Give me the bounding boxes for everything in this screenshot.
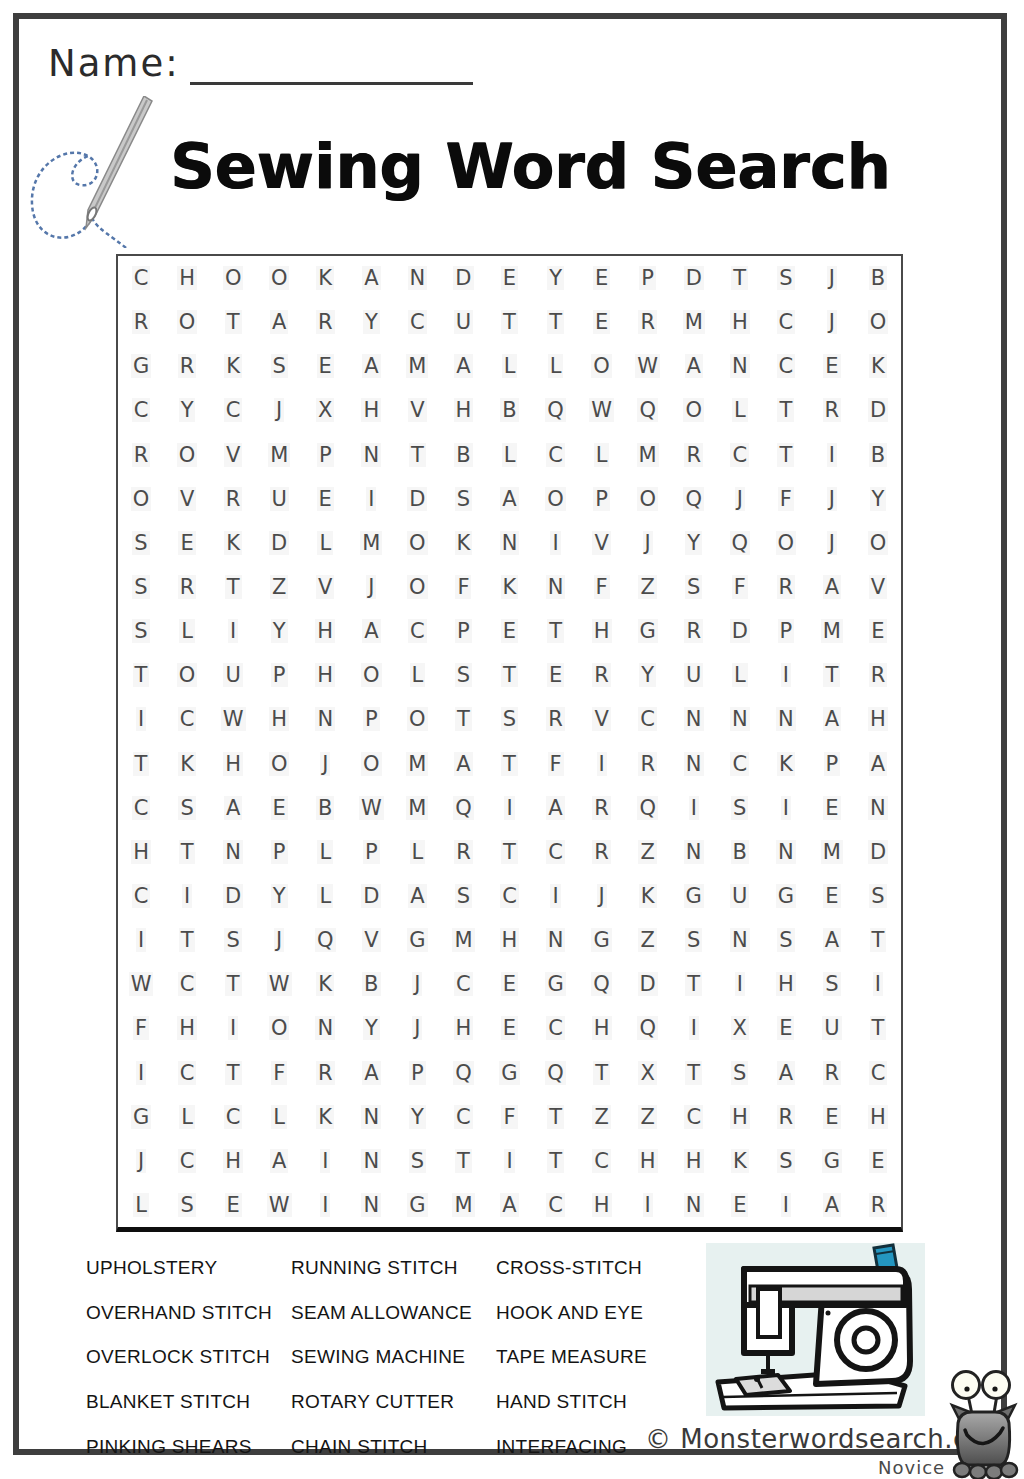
grid-cell-r18c10[interactable]: C xyxy=(533,1006,579,1050)
grid-cell-r2c17[interactable]: O xyxy=(855,300,901,344)
grid-cell-r4c12[interactable]: Q xyxy=(625,388,671,432)
grid-cell-r16c8[interactable]: M xyxy=(440,918,486,962)
grid-cell-r16c10[interactable]: N xyxy=(533,918,579,962)
grid-cell-r19c7[interactable]: P xyxy=(394,1050,440,1094)
grid-cell-r3c7[interactable]: M xyxy=(394,344,440,388)
grid-cell-r19c4[interactable]: F xyxy=(256,1050,302,1094)
grid-cell-r1c13[interactable]: D xyxy=(671,256,717,300)
grid-cell-r15c15[interactable]: G xyxy=(763,874,809,918)
grid-cell-r18c5[interactable]: N xyxy=(302,1006,348,1050)
grid-cell-r7c7[interactable]: O xyxy=(394,521,440,565)
grid-cell-r14c7[interactable]: L xyxy=(394,830,440,874)
grid-cell-r15c2[interactable]: I xyxy=(164,874,210,918)
grid-cell-r9c10[interactable]: T xyxy=(533,609,579,653)
grid-cell-r19c11[interactable]: T xyxy=(579,1050,625,1094)
grid-cell-r20c7[interactable]: Y xyxy=(394,1095,440,1139)
grid-cell-r17c8[interactable]: C xyxy=(440,962,486,1006)
grid-cell-r5c17[interactable]: B xyxy=(855,433,901,477)
grid-cell-r4c10[interactable]: Q xyxy=(533,388,579,432)
grid-cell-r18c7[interactable]: J xyxy=(394,1006,440,1050)
grid-cell-r15c10[interactable]: I xyxy=(533,874,579,918)
grid-cell-r20c13[interactable]: C xyxy=(671,1095,717,1139)
grid-cell-r10c10[interactable]: E xyxy=(533,653,579,697)
grid-cell-r7c10[interactable]: I xyxy=(533,521,579,565)
grid-cell-r21c1[interactable]: J xyxy=(118,1139,164,1183)
grid-cell-r12c9[interactable]: T xyxy=(486,742,532,786)
grid-cell-r13c4[interactable]: E xyxy=(256,786,302,830)
grid-cell-r17c1[interactable]: W xyxy=(118,962,164,1006)
grid-cell-r2c7[interactable]: C xyxy=(394,300,440,344)
grid-cell-r19c16[interactable]: R xyxy=(809,1050,855,1094)
grid-cell-r10c15[interactable]: I xyxy=(763,653,809,697)
grid-cell-r11c10[interactable]: R xyxy=(533,697,579,741)
grid-cell-r10c9[interactable]: T xyxy=(486,653,532,697)
grid-cell-r13c16[interactable]: E xyxy=(809,786,855,830)
grid-cell-r13c3[interactable]: A xyxy=(210,786,256,830)
grid-cell-r12c13[interactable]: N xyxy=(671,742,717,786)
grid-cell-r8c14[interactable]: F xyxy=(717,565,763,609)
grid-cell-r14c14[interactable]: B xyxy=(717,830,763,874)
grid-cell-r3c17[interactable]: K xyxy=(855,344,901,388)
grid-cell-r15c3[interactable]: D xyxy=(210,874,256,918)
grid-cell-r21c11[interactable]: C xyxy=(579,1139,625,1183)
grid-cell-r7c17[interactable]: O xyxy=(855,521,901,565)
grid-cell-r8c7[interactable]: O xyxy=(394,565,440,609)
grid-cell-r9c14[interactable]: D xyxy=(717,609,763,653)
grid-cell-r16c14[interactable]: N xyxy=(717,918,763,962)
grid-cell-r19c15[interactable]: A xyxy=(763,1050,809,1094)
grid-cell-r8c5[interactable]: V xyxy=(302,565,348,609)
grid-cell-r20c17[interactable]: H xyxy=(855,1095,901,1139)
grid-cell-r14c5[interactable]: L xyxy=(302,830,348,874)
grid-cell-r14c17[interactable]: D xyxy=(855,830,901,874)
grid-cell-r6c4[interactable]: U xyxy=(256,477,302,521)
grid-cell-r5c14[interactable]: C xyxy=(717,433,763,477)
grid-cell-r22c7[interactable]: G xyxy=(394,1183,440,1227)
grid-cell-r3c11[interactable]: O xyxy=(579,344,625,388)
grid-cell-r1c3[interactable]: O xyxy=(210,256,256,300)
grid-cell-r6c1[interactable]: O xyxy=(118,477,164,521)
grid-cell-r18c2[interactable]: H xyxy=(164,1006,210,1050)
grid-cell-r19c8[interactable]: Q xyxy=(440,1050,486,1094)
grid-cell-r20c9[interactable]: F xyxy=(486,1095,532,1139)
grid-cell-r22c12[interactable]: I xyxy=(625,1183,671,1227)
grid-cell-r17c2[interactable]: C xyxy=(164,962,210,1006)
grid-cell-r7c16[interactable]: J xyxy=(809,521,855,565)
grid-cell-r5c13[interactable]: R xyxy=(671,433,717,477)
grid-cell-r13c15[interactable]: I xyxy=(763,786,809,830)
grid-cell-r14c12[interactable]: Z xyxy=(625,830,671,874)
grid-cell-r17c9[interactable]: E xyxy=(486,962,532,1006)
grid-cell-r6c9[interactable]: A xyxy=(486,477,532,521)
grid-cell-r18c15[interactable]: E xyxy=(763,1006,809,1050)
grid-cell-r19c3[interactable]: T xyxy=(210,1050,256,1094)
grid-cell-r4c4[interactable]: J xyxy=(256,388,302,432)
grid-cell-r1c7[interactable]: N xyxy=(394,256,440,300)
grid-cell-r17c4[interactable]: W xyxy=(256,962,302,1006)
grid-cell-r4c1[interactable]: C xyxy=(118,388,164,432)
grid-cell-r2c2[interactable]: O xyxy=(164,300,210,344)
grid-cell-r17c7[interactable]: J xyxy=(394,962,440,1006)
grid-cell-r12c1[interactable]: T xyxy=(118,742,164,786)
grid-cell-r6c17[interactable]: Y xyxy=(855,477,901,521)
grid-cell-r9c13[interactable]: R xyxy=(671,609,717,653)
grid-cell-r1c6[interactable]: A xyxy=(348,256,394,300)
grid-cell-r19c1[interactable]: I xyxy=(118,1050,164,1094)
grid-cell-r16c17[interactable]: T xyxy=(855,918,901,962)
grid-cell-r16c11[interactable]: G xyxy=(579,918,625,962)
grid-cell-r20c5[interactable]: K xyxy=(302,1095,348,1139)
grid-cell-r11c5[interactable]: N xyxy=(302,697,348,741)
grid-cell-r16c1[interactable]: I xyxy=(118,918,164,962)
grid-cell-r13c8[interactable]: Q xyxy=(440,786,486,830)
grid-cell-r12c2[interactable]: K xyxy=(164,742,210,786)
grid-cell-r2c14[interactable]: H xyxy=(717,300,763,344)
grid-cell-r1c17[interactable]: B xyxy=(855,256,901,300)
grid-cell-r22c17[interactable]: R xyxy=(855,1183,901,1227)
grid-cell-r20c8[interactable]: C xyxy=(440,1095,486,1139)
grid-cell-r4c9[interactable]: B xyxy=(486,388,532,432)
grid-cell-r16c5[interactable]: Q xyxy=(302,918,348,962)
grid-cell-r11c16[interactable]: A xyxy=(809,697,855,741)
grid-cell-r11c2[interactable]: C xyxy=(164,697,210,741)
grid-cell-r16c13[interactable]: S xyxy=(671,918,717,962)
grid-cell-r8c9[interactable]: K xyxy=(486,565,532,609)
grid-cell-r12c5[interactable]: J xyxy=(302,742,348,786)
grid-cell-r9c5[interactable]: H xyxy=(302,609,348,653)
grid-cell-r11c14[interactable]: N xyxy=(717,697,763,741)
grid-cell-r2c8[interactable]: U xyxy=(440,300,486,344)
grid-cell-r8c13[interactable]: S xyxy=(671,565,717,609)
grid-cell-r15c16[interactable]: E xyxy=(809,874,855,918)
grid-cell-r12c4[interactable]: O xyxy=(256,742,302,786)
grid-cell-r21c10[interactable]: T xyxy=(533,1139,579,1183)
grid-cell-r20c16[interactable]: E xyxy=(809,1095,855,1139)
grid-cell-r3c1[interactable]: G xyxy=(118,344,164,388)
grid-cell-r21c13[interactable]: H xyxy=(671,1139,717,1183)
grid-cell-r19c14[interactable]: S xyxy=(717,1050,763,1094)
grid-cell-r5c15[interactable]: T xyxy=(763,433,809,477)
grid-cell-r20c11[interactable]: Z xyxy=(579,1095,625,1139)
grid-cell-r9c11[interactable]: H xyxy=(579,609,625,653)
grid-cell-r9c15[interactable]: P xyxy=(763,609,809,653)
grid-cell-r8c17[interactable]: V xyxy=(855,565,901,609)
grid-cell-r7c2[interactable]: E xyxy=(164,521,210,565)
grid-cell-r9c9[interactable]: E xyxy=(486,609,532,653)
grid-cell-r4c2[interactable]: Y xyxy=(164,388,210,432)
grid-cell-r1c4[interactable]: O xyxy=(256,256,302,300)
grid-cell-r18c13[interactable]: I xyxy=(671,1006,717,1050)
grid-cell-r7c8[interactable]: K xyxy=(440,521,486,565)
grid-cell-r5c10[interactable]: C xyxy=(533,433,579,477)
grid-cell-r11c15[interactable]: N xyxy=(763,697,809,741)
grid-cell-r17c5[interactable]: K xyxy=(302,962,348,1006)
grid-cell-r22c1[interactable]: L xyxy=(118,1183,164,1227)
grid-cell-r3c16[interactable]: E xyxy=(809,344,855,388)
grid-cell-r1c5[interactable]: K xyxy=(302,256,348,300)
grid-cell-r21c6[interactable]: N xyxy=(348,1139,394,1183)
grid-cell-r7c12[interactable]: J xyxy=(625,521,671,565)
grid-cell-r20c12[interactable]: Z xyxy=(625,1095,671,1139)
grid-cell-r10c4[interactable]: P xyxy=(256,653,302,697)
grid-cell-r16c2[interactable]: T xyxy=(164,918,210,962)
grid-cell-r18c16[interactable]: U xyxy=(809,1006,855,1050)
grid-cell-r3c5[interactable]: E xyxy=(302,344,348,388)
grid-cell-r18c14[interactable]: X xyxy=(717,1006,763,1050)
grid-cell-r12c17[interactable]: A xyxy=(855,742,901,786)
grid-cell-r8c2[interactable]: R xyxy=(164,565,210,609)
grid-cell-r2c12[interactable]: R xyxy=(625,300,671,344)
grid-cell-r8c11[interactable]: F xyxy=(579,565,625,609)
grid-cell-r17c17[interactable]: I xyxy=(855,962,901,1006)
grid-cell-r5c5[interactable]: P xyxy=(302,433,348,477)
grid-cell-r18c12[interactable]: Q xyxy=(625,1006,671,1050)
grid-cell-r6c3[interactable]: R xyxy=(210,477,256,521)
grid-cell-r3c10[interactable]: L xyxy=(533,344,579,388)
grid-cell-r20c3[interactable]: C xyxy=(210,1095,256,1139)
grid-cell-r3c8[interactable]: A xyxy=(440,344,486,388)
grid-cell-r10c6[interactable]: O xyxy=(348,653,394,697)
grid-cell-r15c13[interactable]: G xyxy=(671,874,717,918)
grid-cell-r22c14[interactable]: E xyxy=(717,1183,763,1227)
grid-cell-r9c3[interactable]: I xyxy=(210,609,256,653)
grid-cell-r8c6[interactable]: J xyxy=(348,565,394,609)
grid-cell-r17c11[interactable]: Q xyxy=(579,962,625,1006)
grid-cell-r10c12[interactable]: Y xyxy=(625,653,671,697)
grid-cell-r15c4[interactable]: Y xyxy=(256,874,302,918)
grid-cell-r4c5[interactable]: X xyxy=(302,388,348,432)
grid-cell-r4c14[interactable]: L xyxy=(717,388,763,432)
grid-cell-r18c1[interactable]: F xyxy=(118,1006,164,1050)
grid-cell-r7c9[interactable]: N xyxy=(486,521,532,565)
grid-cell-r5c11[interactable]: L xyxy=(579,433,625,477)
grid-cell-r22c11[interactable]: H xyxy=(579,1183,625,1227)
grid-cell-r3c6[interactable]: A xyxy=(348,344,394,388)
grid-cell-r7c4[interactable]: D xyxy=(256,521,302,565)
grid-cell-r21c14[interactable]: K xyxy=(717,1139,763,1183)
grid-cell-r21c12[interactable]: H xyxy=(625,1139,671,1183)
grid-cell-r16c16[interactable]: A xyxy=(809,918,855,962)
grid-cell-r17c15[interactable]: H xyxy=(763,962,809,1006)
grid-cell-r3c15[interactable]: C xyxy=(763,344,809,388)
grid-cell-r13c7[interactable]: M xyxy=(394,786,440,830)
grid-cell-r8c15[interactable]: R xyxy=(763,565,809,609)
grid-cell-r11c7[interactable]: O xyxy=(394,697,440,741)
name-fill-in-line[interactable] xyxy=(190,47,473,85)
grid-cell-r16c3[interactable]: S xyxy=(210,918,256,962)
grid-cell-r21c5[interactable]: I xyxy=(302,1139,348,1183)
grid-cell-r2c5[interactable]: R xyxy=(302,300,348,344)
grid-cell-r7c14[interactable]: Q xyxy=(717,521,763,565)
grid-cell-r3c4[interactable]: S xyxy=(256,344,302,388)
grid-cell-r13c14[interactable]: S xyxy=(717,786,763,830)
grid-cell-r17c13[interactable]: T xyxy=(671,962,717,1006)
grid-cell-r16c15[interactable]: S xyxy=(763,918,809,962)
grid-cell-r7c3[interactable]: K xyxy=(210,521,256,565)
grid-cell-r2c1[interactable]: R xyxy=(118,300,164,344)
grid-cell-r14c1[interactable]: H xyxy=(118,830,164,874)
grid-cell-r19c2[interactable]: C xyxy=(164,1050,210,1094)
grid-cell-r14c15[interactable]: N xyxy=(763,830,809,874)
grid-cell-r2c6[interactable]: Y xyxy=(348,300,394,344)
grid-cell-r21c2[interactable]: C xyxy=(164,1139,210,1183)
grid-cell-r2c11[interactable]: E xyxy=(579,300,625,344)
grid-cell-r18c9[interactable]: E xyxy=(486,1006,532,1050)
grid-cell-r10c5[interactable]: H xyxy=(302,653,348,697)
grid-cell-r1c1[interactable]: C xyxy=(118,256,164,300)
grid-cell-r10c11[interactable]: R xyxy=(579,653,625,697)
grid-cell-r14c6[interactable]: P xyxy=(348,830,394,874)
grid-cell-r6c12[interactable]: O xyxy=(625,477,671,521)
grid-cell-r7c6[interactable]: M xyxy=(348,521,394,565)
grid-cell-r4c7[interactable]: V xyxy=(394,388,440,432)
grid-cell-r4c3[interactable]: C xyxy=(210,388,256,432)
grid-cell-r5c3[interactable]: V xyxy=(210,433,256,477)
grid-cell-r22c4[interactable]: W xyxy=(256,1183,302,1227)
grid-cell-r1c15[interactable]: S xyxy=(763,256,809,300)
grid-cell-r13c9[interactable]: I xyxy=(486,786,532,830)
grid-cell-r12c8[interactable]: A xyxy=(440,742,486,786)
grid-cell-r15c17[interactable]: S xyxy=(855,874,901,918)
grid-cell-r22c9[interactable]: A xyxy=(486,1183,532,1227)
grid-cell-r3c2[interactable]: R xyxy=(164,344,210,388)
grid-cell-r5c16[interactable]: I xyxy=(809,433,855,477)
grid-cell-r22c15[interactable]: I xyxy=(763,1183,809,1227)
grid-cell-r2c10[interactable]: T xyxy=(533,300,579,344)
grid-cell-r2c3[interactable]: T xyxy=(210,300,256,344)
grid-cell-r4c8[interactable]: H xyxy=(440,388,486,432)
grid-cell-r8c16[interactable]: A xyxy=(809,565,855,609)
grid-cell-r14c11[interactable]: R xyxy=(579,830,625,874)
grid-cell-r17c12[interactable]: D xyxy=(625,962,671,1006)
grid-cell-r11c12[interactable]: C xyxy=(625,697,671,741)
grid-cell-r14c8[interactable]: R xyxy=(440,830,486,874)
grid-cell-r13c13[interactable]: I xyxy=(671,786,717,830)
grid-cell-r13c2[interactable]: S xyxy=(164,786,210,830)
grid-cell-r8c12[interactable]: Z xyxy=(625,565,671,609)
grid-cell-r4c17[interactable]: D xyxy=(855,388,901,432)
grid-cell-r14c9[interactable]: T xyxy=(486,830,532,874)
grid-cell-r11c9[interactable]: S xyxy=(486,697,532,741)
grid-cell-r11c3[interactable]: W xyxy=(210,697,256,741)
grid-cell-r9c16[interactable]: M xyxy=(809,609,855,653)
grid-cell-r22c16[interactable]: A xyxy=(809,1183,855,1227)
grid-cell-r15c6[interactable]: D xyxy=(348,874,394,918)
grid-cell-r21c4[interactable]: A xyxy=(256,1139,302,1183)
grid-cell-r11c13[interactable]: N xyxy=(671,697,717,741)
grid-cell-r6c15[interactable]: F xyxy=(763,477,809,521)
grid-cell-r5c4[interactable]: M xyxy=(256,433,302,477)
grid-cell-r6c13[interactable]: Q xyxy=(671,477,717,521)
grid-cell-r10c3[interactable]: U xyxy=(210,653,256,697)
grid-cell-r10c16[interactable]: T xyxy=(809,653,855,697)
grid-cell-r2c16[interactable]: J xyxy=(809,300,855,344)
grid-cell-r17c14[interactable]: I xyxy=(717,962,763,1006)
grid-cell-r10c1[interactable]: T xyxy=(118,653,164,697)
grid-cell-r5c6[interactable]: N xyxy=(348,433,394,477)
grid-cell-r18c17[interactable]: T xyxy=(855,1006,901,1050)
grid-cell-r22c5[interactable]: I xyxy=(302,1183,348,1227)
grid-cell-r21c15[interactable]: S xyxy=(763,1139,809,1183)
grid-cell-r22c8[interactable]: M xyxy=(440,1183,486,1227)
grid-cell-r6c8[interactable]: S xyxy=(440,477,486,521)
grid-cell-r4c16[interactable]: R xyxy=(809,388,855,432)
grid-cell-r19c12[interactable]: X xyxy=(625,1050,671,1094)
grid-cell-r1c16[interactable]: J xyxy=(809,256,855,300)
grid-cell-r14c13[interactable]: N xyxy=(671,830,717,874)
grid-cell-r12c12[interactable]: R xyxy=(625,742,671,786)
grid-cell-r15c12[interactable]: K xyxy=(625,874,671,918)
grid-cell-r13c11[interactable]: R xyxy=(579,786,625,830)
grid-cell-r12c7[interactable]: M xyxy=(394,742,440,786)
grid-cell-r21c16[interactable]: G xyxy=(809,1139,855,1183)
grid-cell-r15c14[interactable]: U xyxy=(717,874,763,918)
grid-cell-r19c6[interactable]: A xyxy=(348,1050,394,1094)
grid-cell-r13c5[interactable]: B xyxy=(302,786,348,830)
grid-cell-r10c2[interactable]: O xyxy=(164,653,210,697)
grid-cell-r13c12[interactable]: Q xyxy=(625,786,671,830)
grid-cell-r10c8[interactable]: S xyxy=(440,653,486,697)
grid-cell-r12c14[interactable]: C xyxy=(717,742,763,786)
grid-cell-r9c6[interactable]: A xyxy=(348,609,394,653)
grid-cell-r11c8[interactable]: T xyxy=(440,697,486,741)
grid-cell-r1c9[interactable]: E xyxy=(486,256,532,300)
grid-cell-r11c4[interactable]: H xyxy=(256,697,302,741)
grid-cell-r21c17[interactable]: E xyxy=(855,1139,901,1183)
grid-cell-r2c9[interactable]: T xyxy=(486,300,532,344)
grid-cell-r7c15[interactable]: O xyxy=(763,521,809,565)
grid-cell-r19c17[interactable]: C xyxy=(855,1050,901,1094)
grid-cell-r14c10[interactable]: C xyxy=(533,830,579,874)
grid-cell-r16c7[interactable]: G xyxy=(394,918,440,962)
grid-cell-r5c9[interactable]: L xyxy=(486,433,532,477)
grid-cell-r20c4[interactable]: L xyxy=(256,1095,302,1139)
grid-cell-r12c10[interactable]: F xyxy=(533,742,579,786)
grid-cell-r4c13[interactable]: O xyxy=(671,388,717,432)
grid-cell-r15c1[interactable]: C xyxy=(118,874,164,918)
grid-cell-r8c1[interactable]: S xyxy=(118,565,164,609)
grid-cell-r3c13[interactable]: A xyxy=(671,344,717,388)
grid-cell-r9c7[interactable]: C xyxy=(394,609,440,653)
grid-cell-r6c14[interactable]: J xyxy=(717,477,763,521)
grid-cell-r10c14[interactable]: L xyxy=(717,653,763,697)
grid-cell-r3c14[interactable]: N xyxy=(717,344,763,388)
grid-cell-r22c10[interactable]: C xyxy=(533,1183,579,1227)
grid-cell-r8c4[interactable]: Z xyxy=(256,565,302,609)
grid-cell-r1c14[interactable]: T xyxy=(717,256,763,300)
grid-cell-r9c1[interactable]: S xyxy=(118,609,164,653)
grid-cell-r16c12[interactable]: Z xyxy=(625,918,671,962)
grid-cell-r22c13[interactable]: N xyxy=(671,1183,717,1227)
grid-cell-r17c10[interactable]: G xyxy=(533,962,579,1006)
grid-cell-r20c1[interactable]: G xyxy=(118,1095,164,1139)
grid-cell-r8c8[interactable]: F xyxy=(440,565,486,609)
grid-cell-r4c11[interactable]: W xyxy=(579,388,625,432)
grid-cell-r20c10[interactable]: T xyxy=(533,1095,579,1139)
grid-cell-r9c2[interactable]: L xyxy=(164,609,210,653)
grid-cell-r7c5[interactable]: L xyxy=(302,521,348,565)
grid-cell-r7c11[interactable]: V xyxy=(579,521,625,565)
grid-cell-r12c15[interactable]: K xyxy=(763,742,809,786)
grid-cell-r14c3[interactable]: N xyxy=(210,830,256,874)
grid-cell-r21c3[interactable]: H xyxy=(210,1139,256,1183)
grid-cell-r11c17[interactable]: H xyxy=(855,697,901,741)
grid-cell-r16c4[interactable]: J xyxy=(256,918,302,962)
grid-cell-r13c17[interactable]: N xyxy=(855,786,901,830)
grid-cell-r1c11[interactable]: E xyxy=(579,256,625,300)
grid-cell-r6c2[interactable]: V xyxy=(164,477,210,521)
grid-cell-r16c9[interactable]: H xyxy=(486,918,532,962)
